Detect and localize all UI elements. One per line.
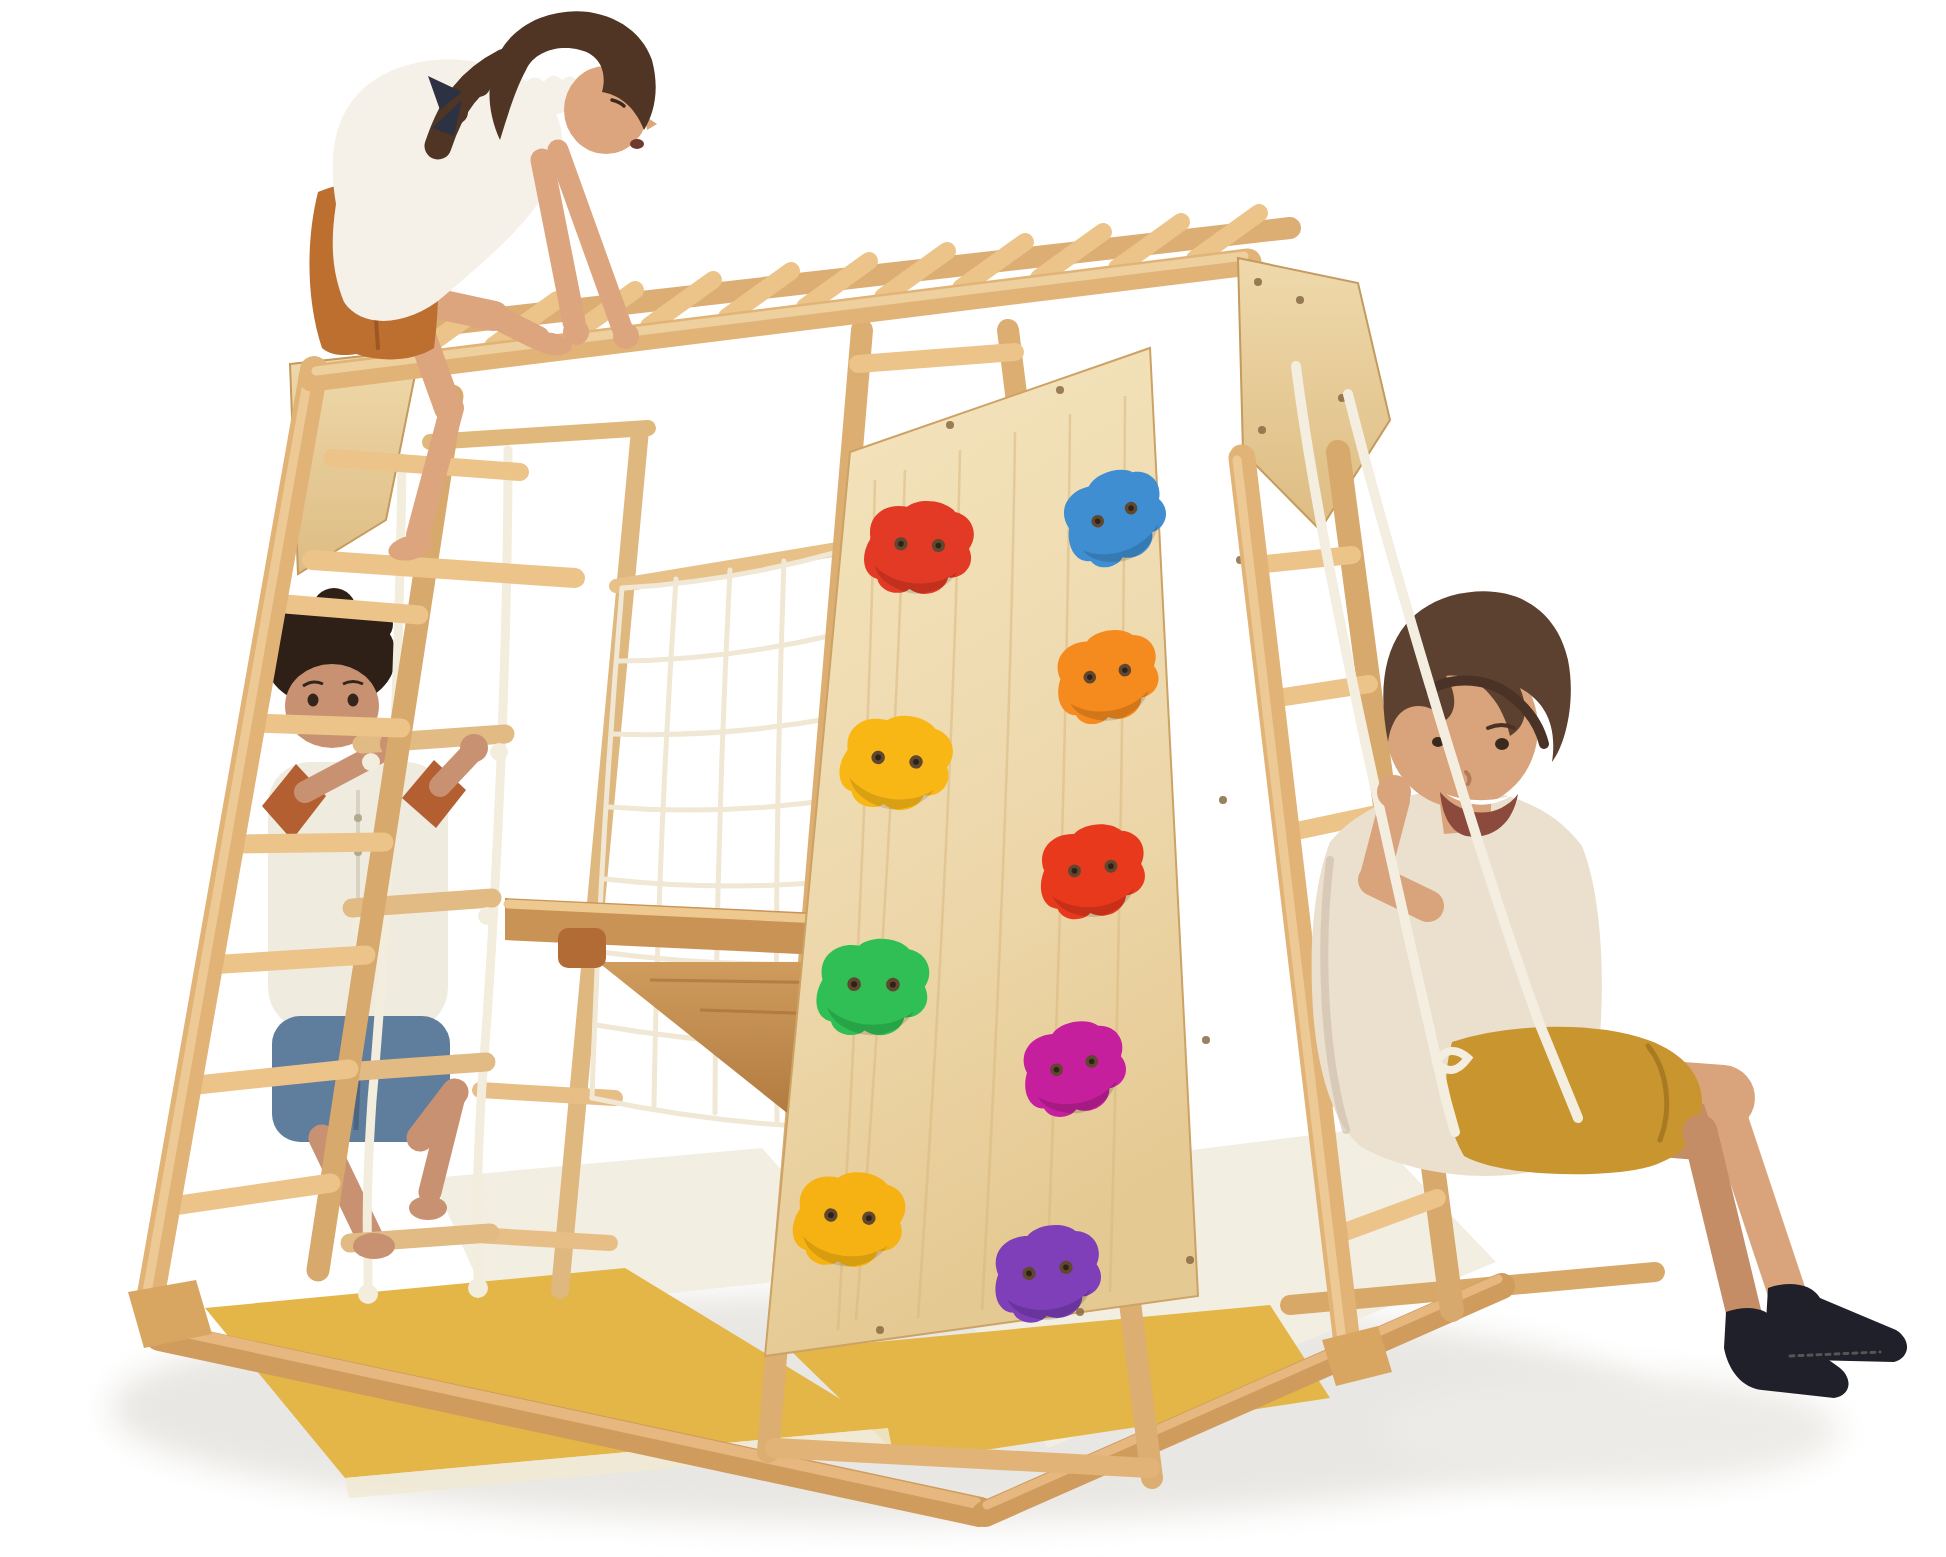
boy2-foot-right [409,1196,447,1220]
girl-braid-bump [465,71,491,97]
boy3-fist-on-rope [1377,775,1411,809]
rope-knot [478,907,496,925]
rope-knot [490,743,508,761]
apex-cross-rail [430,428,648,442]
girl-shin-right [418,408,452,535]
floor-shadow-right [1380,1375,1840,1485]
climber-illustration [0,0,1946,1557]
boy2-eye [308,694,319,707]
left-ladder-rung [209,955,366,965]
left-ladder-rung [312,560,575,578]
rope-end-knot [468,1278,488,1298]
left-ladder-rung [230,842,384,844]
boy2-hand-right [460,734,488,762]
left-ladder-rung [252,723,401,728]
girl-mouth-open [630,139,644,149]
rope-knot [362,753,380,771]
rope-ladder-rung-3 [345,1062,486,1072]
girl-hand-left [613,323,639,349]
central-ladder-top-rung [858,352,1015,364]
boy2-foot-left [353,1233,395,1259]
rope-end-knot [358,1284,378,1304]
boy3-eye-left [1495,738,1509,750]
girl-hand-right [563,319,589,345]
left-ladder-rung [273,603,419,615]
boy2-eye [348,694,359,707]
boy2-button [354,814,362,822]
product-photo-scene [0,0,1946,1557]
platform-corner-block [558,928,606,968]
left-ladder-rung [166,1183,331,1207]
